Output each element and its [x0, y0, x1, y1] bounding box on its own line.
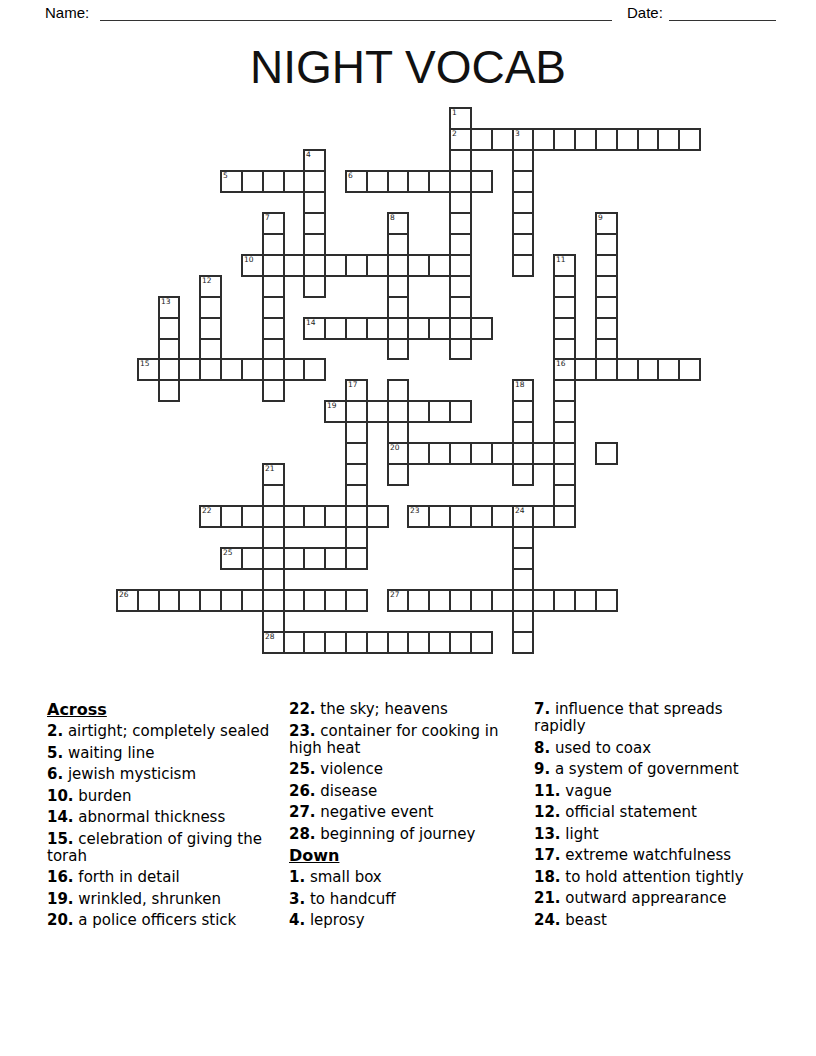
cell-r14c21[interactable] — [553, 400, 576, 423]
cell-r21c10[interactable] — [324, 547, 347, 570]
cell-r1c22[interactable] — [574, 128, 597, 151]
cell-r15c13[interactable] — [387, 421, 409, 444]
cell-r23c1[interactable] — [137, 589, 160, 612]
cell-r2c16[interactable] — [449, 149, 472, 172]
cell-r4c19[interactable] — [512, 191, 534, 214]
cell-r24c7[interactable] — [262, 610, 285, 633]
clue-number: 20. — [47, 911, 74, 929]
cell-r22c7[interactable] — [262, 568, 285, 591]
cell-r23c3[interactable] — [178, 589, 201, 612]
cell-r19c9[interactable] — [303, 505, 326, 528]
cell-r10c2[interactable] — [158, 317, 180, 340]
cell-r6c19[interactable] — [512, 233, 534, 256]
cell-r3c17[interactable] — [470, 170, 493, 193]
clue-number: 1. — [289, 868, 305, 886]
clue-15: 15. celebration of giving the torah — [47, 831, 272, 865]
cell-r2c9[interactable]: 4 — [303, 149, 326, 172]
clue-number: 13. — [534, 825, 561, 843]
cell-number-10: 10 — [244, 256, 254, 264]
cell-r16c23[interactable] — [595, 442, 618, 465]
cell-r1c20[interactable] — [532, 128, 555, 151]
cell-r16c13[interactable]: 20 — [387, 442, 409, 465]
cell-number-2: 2 — [452, 130, 457, 138]
cell-r23c22[interactable] — [574, 589, 597, 612]
cell-r19c5[interactable] — [220, 505, 243, 528]
cell-r19c6[interactable] — [241, 505, 264, 528]
cell-r7c7[interactable] — [262, 254, 285, 277]
cell-r5c23[interactable]: 9 — [595, 212, 618, 235]
clue-column-3: 7. influence that spreads rapidly8. used… — [534, 701, 762, 933]
clue-column-2: 22. the sky; heavens23. container for co… — [289, 701, 534, 934]
cell-r16c17[interactable] — [470, 442, 493, 465]
cell-r17c11[interactable] — [345, 463, 368, 486]
cell-r9c7[interactable] — [262, 296, 285, 319]
cell-r25c11[interactable] — [345, 631, 368, 654]
cell-number-25: 25 — [223, 549, 233, 557]
cell-r6c23[interactable] — [595, 233, 618, 256]
cell-r15c19[interactable] — [512, 421, 534, 444]
clue-13: 13. light — [534, 826, 762, 843]
cell-r21c5[interactable]: 25 — [220, 547, 243, 570]
cell-r10c11[interactable] — [345, 317, 368, 340]
clue-number: 3. — [289, 890, 305, 908]
clue-11: 11. vague — [534, 783, 762, 800]
cell-r6c13[interactable] — [387, 233, 409, 256]
cell-r7c9[interactable] — [303, 254, 326, 277]
cell-r9c4[interactable] — [199, 296, 222, 319]
cell-r7c12[interactable] — [366, 254, 389, 277]
clue-number: 15. — [47, 830, 74, 848]
cell-r23c23[interactable] — [595, 589, 618, 612]
cell-r10c13[interactable] — [387, 317, 409, 340]
clue-number: 24. — [534, 911, 561, 929]
cell-r5c7[interactable]: 7 — [262, 212, 285, 235]
clue-2: 2. airtight; completely sealed — [47, 723, 272, 740]
cell-r7c11[interactable] — [345, 254, 368, 277]
cell-number-28: 28 — [265, 633, 275, 641]
clue-number: 21. — [534, 889, 561, 907]
cell-r14c13[interactable] — [387, 400, 409, 423]
cell-r23c21[interactable] — [553, 589, 576, 612]
cell-r22c19[interactable] — [512, 568, 534, 591]
cell-r21c19[interactable] — [512, 547, 534, 570]
clue-20: 20. a police officers stick — [47, 912, 272, 929]
cell-r18c7[interactable] — [262, 484, 285, 507]
cell-number-12: 12 — [202, 277, 212, 285]
clue-number: 5. — [47, 744, 63, 762]
cell-number-14: 14 — [306, 319, 316, 327]
cell-r11c4[interactable] — [199, 338, 222, 360]
cell-r2c19[interactable] — [512, 149, 534, 172]
cell-r7c16[interactable] — [449, 254, 472, 277]
cell-r12c26[interactable] — [657, 358, 680, 381]
cell-number-26: 26 — [119, 591, 129, 599]
cell-r11c7[interactable] — [262, 338, 285, 360]
clue-number: 23. — [289, 722, 316, 740]
cell-r15c21[interactable] — [553, 421, 576, 444]
cell-number-21: 21 — [265, 465, 275, 473]
clue-number: 2. — [47, 722, 63, 740]
cell-r5c9[interactable] — [303, 212, 326, 235]
clue-5: 5. waiting line — [47, 745, 272, 762]
cell-r19c16[interactable] — [449, 505, 472, 528]
clue-column-1: Across2. airtight; completely sealed5. w… — [47, 701, 272, 934]
cell-r16c19[interactable] — [512, 442, 534, 465]
cell-r4c16[interactable] — [449, 191, 472, 214]
cell-r12c27[interactable] — [678, 358, 701, 381]
cell-r25c10[interactable] — [324, 631, 347, 654]
cell-r24c19[interactable] — [512, 610, 534, 633]
clue-number: 26. — [289, 782, 316, 800]
clue-number: 25. — [289, 760, 316, 778]
cell-r23c7[interactable] — [262, 589, 285, 612]
clue-number: 9. — [534, 760, 550, 778]
cell-r23c9[interactable] — [303, 589, 326, 612]
cell-r12c25[interactable] — [637, 358, 659, 381]
cell-r9c2[interactable]: 13 — [158, 296, 180, 319]
cell-r3c9[interactable] — [303, 170, 326, 193]
cell-r5c19[interactable] — [512, 212, 534, 235]
cell-r14c12[interactable] — [366, 400, 389, 423]
cell-r19c7[interactable] — [262, 505, 285, 528]
cell-r8c7[interactable] — [262, 275, 285, 298]
cell-r23c19[interactable] — [512, 589, 534, 612]
cell-r1c24[interactable] — [616, 128, 639, 151]
cell-r12c3[interactable] — [178, 358, 201, 381]
cell-number-17: 17 — [348, 381, 358, 389]
cell-r17c21[interactable] — [553, 463, 576, 486]
cell-number-9: 9 — [598, 214, 603, 222]
cell-r17c13[interactable] — [387, 463, 409, 486]
cell-number-3: 3 — [515, 130, 520, 138]
cell-r23c14[interactable] — [407, 589, 430, 612]
cell-r6c16[interactable] — [449, 233, 472, 256]
cell-r16c20[interactable] — [532, 442, 555, 465]
cell-r3c13[interactable] — [387, 170, 409, 193]
cell-r10c9[interactable]: 14 — [303, 317, 326, 340]
cell-r19c21[interactable] — [553, 505, 576, 528]
cell-r10c17[interactable] — [470, 317, 493, 340]
clue-number: 14. — [47, 808, 74, 826]
cell-r19c20[interactable] — [532, 505, 555, 528]
cell-r12c21[interactable]: 16 — [553, 358, 576, 381]
cell-r25c14[interactable] — [407, 631, 430, 654]
cell-r12c2[interactable] — [158, 358, 180, 381]
cell-r10c12[interactable] — [366, 317, 389, 340]
cell-r23c20[interactable] — [532, 589, 555, 612]
cell-r12c4[interactable] — [199, 358, 222, 381]
cell-r11c13[interactable] — [387, 338, 409, 360]
cell-r6c9[interactable] — [303, 233, 326, 256]
clue-number: 11. — [534, 782, 561, 800]
cell-r21c7[interactable] — [262, 547, 285, 570]
cell-r25c9[interactable] — [303, 631, 326, 654]
cell-r20c19[interactable] — [512, 526, 534, 549]
cell-r23c5[interactable] — [220, 589, 243, 612]
cell-r12c5[interactable] — [220, 358, 243, 381]
cell-r19c17[interactable] — [470, 505, 493, 528]
clue-4: 4. leprosy — [289, 912, 534, 929]
clue-17: 17. extreme watchfulness — [534, 847, 762, 864]
cell-r23c16[interactable] — [449, 589, 472, 612]
cell-r10c4[interactable] — [199, 317, 222, 340]
clue-24: 24. beast — [534, 912, 762, 929]
cell-r8c23[interactable] — [595, 275, 618, 298]
worksheet-page: Name: Date: NIGHT VOCAB 1234567891011121… — [0, 0, 816, 1056]
clue-16: 16. forth in detail — [47, 869, 272, 886]
cell-r10c23[interactable] — [595, 317, 618, 340]
cell-r1c26[interactable] — [657, 128, 680, 151]
cell-r19c4[interactable]: 22 — [199, 505, 222, 528]
cell-r3c11[interactable]: 6 — [345, 170, 368, 193]
clue-number: 7. — [534, 700, 550, 718]
cell-number-22: 22 — [202, 507, 212, 515]
cell-r23c10[interactable] — [324, 589, 347, 612]
clue-10: 10. burden — [47, 788, 272, 805]
cell-r11c21[interactable] — [553, 338, 576, 360]
cell-r3c14[interactable] — [407, 170, 430, 193]
cell-r14c10[interactable]: 19 — [324, 400, 347, 423]
clue-21: 21. outward apprearance — [534, 890, 762, 907]
cell-r17c19[interactable] — [512, 463, 534, 486]
cell-r18c21[interactable] — [553, 484, 576, 507]
cell-r9c13[interactable] — [387, 296, 409, 319]
cell-number-8: 8 — [390, 214, 395, 222]
cell-r23c15[interactable] — [428, 589, 451, 612]
clue-7: 7. influence that spreads rapidly — [534, 701, 762, 735]
clue-number: 19. — [47, 890, 74, 908]
cell-r10c15[interactable] — [428, 317, 451, 340]
cell-r3c12[interactable] — [366, 170, 389, 193]
cell-r1c19[interactable]: 3 — [512, 128, 534, 151]
clue-8: 8. used to coax — [534, 740, 762, 757]
cell-number-11: 11 — [556, 256, 566, 264]
clue-number: 10. — [47, 787, 74, 805]
cell-r12c6[interactable] — [241, 358, 264, 381]
cell-r25c7[interactable]: 28 — [262, 631, 285, 654]
cell-r19c11[interactable] — [345, 505, 368, 528]
cell-r14c16[interactable] — [449, 400, 472, 423]
cell-r8c21[interactable] — [553, 275, 576, 298]
cell-number-6: 6 — [348, 172, 353, 180]
cell-r23c11[interactable] — [345, 589, 368, 612]
cell-number-19: 19 — [327, 402, 337, 410]
cell-r18c11[interactable] — [345, 484, 368, 507]
cell-r1c21[interactable] — [553, 128, 576, 151]
cell-r1c27[interactable] — [678, 128, 701, 151]
cell-r19c10[interactable] — [324, 505, 347, 528]
across-heading: Across — [47, 701, 272, 719]
cell-r5c13[interactable]: 8 — [387, 212, 409, 235]
cell-r3c5[interactable]: 5 — [220, 170, 243, 193]
cell-r19c8[interactable] — [283, 505, 305, 528]
cell-r13c19[interactable]: 18 — [512, 379, 534, 402]
clue-25: 25. violence — [289, 761, 534, 778]
cell-number-24: 24 — [515, 507, 525, 515]
cell-r11c23[interactable] — [595, 338, 618, 360]
cell-r7c13[interactable] — [387, 254, 409, 277]
cell-number-15: 15 — [140, 360, 150, 368]
cell-r13c13[interactable] — [387, 379, 409, 402]
cell-r1c23[interactable] — [595, 128, 618, 151]
cell-r7c21[interactable]: 11 — [553, 254, 576, 277]
cell-r0c16[interactable]: 1 — [449, 107, 472, 130]
cell-r7c6[interactable]: 10 — [241, 254, 264, 277]
cell-number-7: 7 — [265, 214, 270, 222]
cell-r25c17[interactable] — [470, 631, 493, 654]
clue-number: 6. — [47, 765, 63, 783]
clue-number: 8. — [534, 739, 550, 757]
cell-r16c11[interactable] — [345, 442, 368, 465]
cell-r1c17[interactable] — [470, 128, 493, 151]
cell-r21c11[interactable] — [345, 547, 368, 570]
cell-r7c23[interactable] — [595, 254, 618, 277]
cell-number-1: 1 — [452, 109, 457, 117]
cell-r12c8[interactable] — [283, 358, 305, 381]
cell-r8c16[interactable] — [449, 275, 472, 298]
clue-26: 26. disease — [289, 783, 534, 800]
cell-r3c8[interactable] — [283, 170, 305, 193]
cell-r25c12[interactable] — [366, 631, 389, 654]
cell-r12c22[interactable] — [574, 358, 597, 381]
clue-number: 27. — [289, 803, 316, 821]
cell-r23c13[interactable]: 27 — [387, 589, 409, 612]
cell-r9c16[interactable] — [449, 296, 472, 319]
cell-r20c11[interactable] — [345, 526, 368, 549]
cell-r23c0[interactable]: 26 — [116, 589, 139, 612]
clue-number: 17. — [534, 846, 561, 864]
cell-r7c15[interactable] — [428, 254, 451, 277]
cell-r12c23[interactable] — [595, 358, 618, 381]
clue-28: 28. beginning of journey — [289, 826, 534, 843]
cell-r1c25[interactable] — [637, 128, 659, 151]
cell-r23c2[interactable] — [158, 589, 180, 612]
cell-r7c8[interactable] — [283, 254, 305, 277]
cell-r3c19[interactable] — [512, 170, 534, 193]
cell-number-16: 16 — [556, 360, 566, 368]
cell-r19c12[interactable] — [366, 505, 389, 528]
cell-r12c7[interactable] — [262, 358, 285, 381]
cell-r25c15[interactable] — [428, 631, 451, 654]
clue-number: 18. — [534, 868, 561, 886]
cell-r6c7[interactable] — [262, 233, 285, 256]
cell-r9c21[interactable] — [553, 296, 576, 319]
cell-r19c19[interactable]: 24 — [512, 505, 534, 528]
clue-12: 12. official statement — [534, 804, 762, 821]
cell-r16c18[interactable] — [491, 442, 514, 465]
cell-number-13: 13 — [161, 298, 171, 306]
cell-r14c11[interactable] — [345, 400, 368, 423]
cell-r13c11[interactable]: 17 — [345, 379, 368, 402]
cell-r21c6[interactable] — [241, 547, 264, 570]
cell-r12c1[interactable]: 15 — [137, 358, 160, 381]
cell-number-20: 20 — [390, 444, 400, 452]
clue-19: 19. wrinkled, shrunken — [47, 891, 272, 908]
cell-r21c8[interactable] — [283, 547, 305, 570]
cell-r10c10[interactable] — [324, 317, 347, 340]
cell-number-27: 27 — [390, 591, 400, 599]
clue-number: 22. — [289, 700, 316, 718]
clue-9: 9. a system of government — [534, 761, 762, 778]
cell-r3c15[interactable] — [428, 170, 451, 193]
cell-r16c15[interactable] — [428, 442, 451, 465]
cell-number-23: 23 — [410, 507, 420, 515]
cell-r3c16[interactable] — [449, 170, 472, 193]
cell-r10c14[interactable] — [407, 317, 430, 340]
clue-27: 27. negative event — [289, 804, 534, 821]
cell-r5c16[interactable] — [449, 212, 472, 235]
cell-r13c2[interactable] — [158, 379, 180, 402]
cell-r10c16[interactable] — [449, 317, 472, 340]
cell-r16c16[interactable] — [449, 442, 472, 465]
cell-r19c14[interactable]: 23 — [407, 505, 430, 528]
cell-r7c10[interactable] — [324, 254, 347, 277]
cell-r25c19[interactable] — [512, 631, 534, 654]
cell-r21c9[interactable] — [303, 547, 326, 570]
cell-r19c18[interactable] — [491, 505, 514, 528]
cell-r23c18[interactable] — [491, 589, 514, 612]
cell-number-5: 5 — [223, 172, 228, 180]
cell-r20c7[interactable] — [262, 526, 285, 549]
cell-r11c2[interactable] — [158, 338, 180, 360]
cell-r15c11[interactable] — [345, 421, 368, 444]
cell-r25c8[interactable] — [283, 631, 305, 654]
cell-r14c14[interactable] — [407, 400, 430, 423]
cell-r10c7[interactable] — [262, 317, 285, 340]
cell-r19c15[interactable] — [428, 505, 451, 528]
cell-r8c4[interactable]: 12 — [199, 275, 222, 298]
cell-r8c13[interactable] — [387, 275, 409, 298]
cell-r16c21[interactable] — [553, 442, 576, 465]
clue-22: 22. the sky; heavens — [289, 701, 534, 718]
cell-r17c7[interactable]: 21 — [262, 463, 285, 486]
cell-r3c7[interactable] — [262, 170, 285, 193]
cell-r8c9[interactable] — [303, 275, 326, 298]
cell-r9c23[interactable] — [595, 296, 618, 319]
cell-r4c9[interactable] — [303, 191, 326, 214]
cell-r12c9[interactable] — [303, 358, 326, 381]
cell-r1c18[interactable] — [491, 128, 514, 151]
cell-r25c16[interactable] — [449, 631, 472, 654]
down-heading: Down — [289, 847, 534, 865]
cell-r16c14[interactable] — [407, 442, 430, 465]
cell-r23c17[interactable] — [470, 589, 493, 612]
cell-r13c7[interactable] — [262, 379, 285, 402]
clue-18: 18. to hold attention tightly — [534, 869, 762, 886]
cell-r14c19[interactable] — [512, 400, 534, 423]
clue-number: 12. — [534, 803, 561, 821]
cell-number-18: 18 — [515, 381, 525, 389]
cell-r11c16[interactable] — [449, 338, 472, 360]
cell-r14c15[interactable] — [428, 400, 451, 423]
clue-3: 3. to handcuff — [289, 891, 534, 908]
clue-14: 14. abnormal thickness — [47, 809, 272, 826]
cell-r25c13[interactable] — [387, 631, 409, 654]
cell-r12c24[interactable] — [616, 358, 639, 381]
cell-r7c19[interactable] — [512, 254, 534, 277]
cell-r13c21[interactable] — [553, 379, 576, 402]
clue-number: 4. — [289, 911, 305, 929]
cell-r23c4[interactable] — [199, 589, 222, 612]
cell-r7c14[interactable] — [407, 254, 430, 277]
cell-r10c21[interactable] — [553, 317, 576, 340]
cell-r23c6[interactable] — [241, 589, 264, 612]
cell-r1c16[interactable]: 2 — [449, 128, 472, 151]
cell-number-4: 4 — [306, 151, 311, 159]
cell-r3c6[interactable] — [241, 170, 264, 193]
cell-r23c8[interactable] — [283, 589, 305, 612]
crossword-grid: 1234567891011121314151617181920212223242… — [0, 0, 816, 700]
